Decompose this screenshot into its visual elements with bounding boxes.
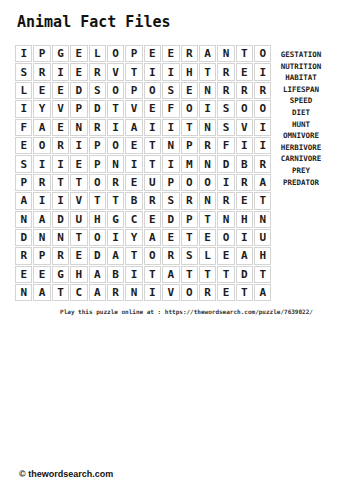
grid-cell-r12c4: E	[70, 247, 87, 264]
grid-cell-r13c11: T	[199, 266, 216, 283]
word-list-item: CARNIVORE	[262, 153, 340, 165]
grid-cell-r14c5: A	[89, 284, 106, 301]
grid-cell-r8c10: O	[181, 174, 198, 191]
grid-cell-r9c4: V	[70, 192, 87, 209]
grid-cell-r1c4: E	[70, 45, 87, 62]
grid-cell-r12c8: O	[144, 247, 161, 264]
grid-cell-r12c11: L	[199, 247, 216, 264]
grid-cell-r6c12: F	[217, 137, 234, 154]
grid-cell-r4c12: S	[217, 100, 234, 117]
grid-cell-r1c5: L	[89, 45, 106, 62]
grid-cell-r9c11: N	[199, 192, 216, 209]
grid-cell-r14c4: C	[70, 284, 87, 301]
grid-cell-r12c14: H	[254, 247, 271, 264]
grid-cell-r4c11: I	[199, 100, 216, 117]
grid-cell-r14c10: O	[181, 284, 198, 301]
grid-cell-r13c4: H	[70, 266, 87, 283]
grid-cell-r11c5: O	[89, 229, 106, 246]
grid-cell-r2c1: S	[15, 63, 32, 80]
grid-cell-r11c11: E	[199, 229, 216, 246]
grid-cell-r7c5: P	[89, 155, 106, 172]
grid-cell-r11c7: Y	[125, 229, 142, 246]
grid-cell-r6c11: R	[199, 137, 216, 154]
grid-cell-r3c2: E	[33, 82, 50, 99]
word-list-item: NUTRITION	[262, 61, 340, 73]
grid-cell-r5c9: I	[162, 119, 179, 136]
grid-cell-r3c8: O	[144, 82, 161, 99]
grid-cell-r10c8: E	[144, 211, 161, 228]
grid-cell-r11c13: I	[236, 229, 253, 246]
grid-cell-r3c6: O	[107, 82, 124, 99]
grid-cell-r7c7: I	[125, 155, 142, 172]
grid-cell-r10c6: G	[107, 211, 124, 228]
grid-cell-r5c1: F	[15, 119, 32, 136]
word-list-item: GESTATION	[262, 49, 340, 61]
grid-cell-r10c7: C	[125, 211, 142, 228]
word-list-item: LIFESPAN	[262, 84, 340, 96]
grid-cell-r9c13: E	[236, 192, 253, 209]
grid-cell-r11c3: N	[52, 229, 69, 246]
grid-cell-r7c11: N	[199, 155, 216, 172]
grid-cell-r11c9: E	[162, 229, 179, 246]
grid-cell-r4c7: V	[125, 100, 142, 117]
grid-cell-r7c13: B	[236, 155, 253, 172]
grid-cell-r9c3: I	[52, 192, 69, 209]
grid-cell-r14c9: V	[162, 284, 179, 301]
word-search-grid: IPGELOPEERANTOSRIERVTIIHTREILEEDSOPOSENR…	[15, 45, 271, 301]
grid-cell-r9c14: T	[254, 192, 271, 209]
grid-cell-r9c8: R	[144, 192, 161, 209]
word-list-item: PREDATOR	[262, 177, 340, 189]
grid-cell-r12c2: P	[33, 247, 50, 264]
grid-cell-r1c3: G	[52, 45, 69, 62]
grid-cell-r8c12: I	[217, 174, 234, 191]
grid-cell-r10c2: A	[33, 211, 50, 228]
grid-cell-r4c1: I	[15, 100, 32, 117]
grid-cell-r9c6: T	[107, 192, 124, 209]
grid-cell-r7c10: M	[181, 155, 198, 172]
grid-cell-r6c6: O	[107, 137, 124, 154]
page: { "game": "word-search", "title": "Anima…	[0, 0, 353, 500]
grid-cell-r5c2: A	[33, 119, 50, 136]
grid-cell-r14c6: R	[107, 284, 124, 301]
grid-cell-r12c10: S	[181, 247, 198, 264]
word-list-item: HUNT	[262, 119, 340, 131]
grid-cell-r10c11: T	[199, 211, 216, 228]
grid-cell-r5c5: R	[89, 119, 106, 136]
grid-cell-r8c6: R	[107, 174, 124, 191]
grid-cell-r14c1: N	[15, 284, 32, 301]
grid-cell-r4c3: V	[52, 100, 69, 117]
grid-cell-r5c11: N	[199, 119, 216, 136]
grid-cell-r14c8: I	[144, 284, 161, 301]
word-list-item: SPEED	[262, 95, 340, 107]
grid-cell-r8c8: U	[144, 174, 161, 191]
grid-cell-r7c8: T	[144, 155, 161, 172]
grid-cell-r6c3: R	[52, 137, 69, 154]
grid-cell-r11c1: D	[15, 229, 32, 246]
grid-cell-r4c6: T	[107, 100, 124, 117]
grid-cell-r10c3: D	[52, 211, 69, 228]
grid-cell-r5c4: N	[70, 119, 87, 136]
grid-cell-r10c1: N	[15, 211, 32, 228]
grid-cell-r2c12: R	[217, 63, 234, 80]
grid-cell-r2c11: T	[199, 63, 216, 80]
puzzle-title: Animal Fact Files	[17, 13, 171, 31]
grid-cell-r12c13: A	[236, 247, 253, 264]
grid-cell-r14c3: T	[52, 284, 69, 301]
grid-cell-r9c9: S	[162, 192, 179, 209]
word-list-item: PREY	[262, 165, 340, 177]
grid-cell-r6c13: I	[236, 137, 253, 154]
word-list-item: HABITAT	[262, 72, 340, 84]
grid-cell-r4c2: Y	[33, 100, 50, 117]
grid-cell-r9c10: R	[181, 192, 198, 209]
grid-cell-r10c4: U	[70, 211, 87, 228]
grid-cell-r10c9: D	[162, 211, 179, 228]
grid-cell-r13c7: I	[125, 266, 142, 283]
grid-cell-r8c7: E	[125, 174, 142, 191]
grid-cell-r10c13: H	[236, 211, 253, 228]
copyright-text: © thewordsearch.com	[19, 469, 113, 479]
grid-cell-r9c1: A	[15, 192, 32, 209]
grid-cell-r2c6: V	[107, 63, 124, 80]
grid-cell-r7c3: I	[52, 155, 69, 172]
grid-cell-r7c9: I	[162, 155, 179, 172]
grid-cell-r9c2: I	[33, 192, 50, 209]
grid-cell-r5c10: T	[181, 119, 198, 136]
grid-cell-r2c8: I	[144, 63, 161, 80]
grid-cell-r13c12: T	[217, 266, 234, 283]
grid-cell-r7c2: I	[33, 155, 50, 172]
grid-cell-r1c2: P	[33, 45, 50, 62]
grid-cell-r6c9: N	[162, 137, 179, 154]
grid-cell-r14c12: E	[217, 284, 234, 301]
grid-cell-r1c9: E	[162, 45, 179, 62]
grid-cell-r1c8: E	[144, 45, 161, 62]
grid-cell-r5c12: S	[217, 119, 234, 136]
grid-cell-r10c10: P	[181, 211, 198, 228]
grid-cell-r2c4: E	[70, 63, 87, 80]
grid-cell-r13c1: E	[15, 266, 32, 283]
grid-cell-r3c10: E	[181, 82, 198, 99]
grid-cell-r10c5: H	[89, 211, 106, 228]
grid-cell-r3c1: L	[15, 82, 32, 99]
grid-cell-r14c14: A	[254, 284, 271, 301]
grid-cell-r7c1: S	[15, 155, 32, 172]
grid-cell-r5c8: I	[144, 119, 161, 136]
grid-cell-r3c9: S	[162, 82, 179, 99]
grid-cell-r7c12: D	[217, 155, 234, 172]
grid-cell-r12c9: R	[162, 247, 179, 264]
grid-cell-r11c2: N	[33, 229, 50, 246]
grid-cell-r12c7: T	[125, 247, 142, 264]
grid-cell-r8c5: O	[89, 174, 106, 191]
grid-cell-r13c13: D	[236, 266, 253, 283]
grid-cell-r13c10: T	[181, 266, 198, 283]
grid-cell-r11c4: T	[70, 229, 87, 246]
grid-cell-r11c8: A	[144, 229, 161, 246]
grid-cell-r8c4: T	[70, 174, 87, 191]
grid-cell-r6c1: E	[15, 137, 32, 154]
grid-cell-r4c9: F	[162, 100, 179, 117]
grid-cell-r6c10: P	[181, 137, 198, 154]
puzzle-online-link[interactable]: Play this puzzle online at : https://the…	[20, 308, 353, 315]
grid-cell-r3c11: N	[199, 82, 216, 99]
grid-cell-r3c7: P	[125, 82, 142, 99]
grid-cell-r1c11: A	[199, 45, 216, 62]
grid-cell-r11c14: U	[254, 229, 271, 246]
word-list-item: HERBIVORE	[262, 142, 340, 154]
grid-cell-r9c5: T	[89, 192, 106, 209]
grid-cell-r3c3: E	[52, 82, 69, 99]
grid-cell-r14c7: N	[125, 284, 142, 301]
grid-cell-r5c6: I	[107, 119, 124, 136]
grid-cell-r4c10: O	[181, 100, 198, 117]
word-list-item: DIET	[262, 107, 340, 119]
grid-cell-r1c10: R	[181, 45, 198, 62]
grid-cell-r11c12: O	[217, 229, 234, 246]
grid-cell-r8c11: O	[199, 174, 216, 191]
grid-cell-r3c13: R	[236, 82, 253, 99]
grid-cell-r2c7: T	[125, 63, 142, 80]
grid-cell-r7c4: E	[70, 155, 87, 172]
grid-cell-r12c1: R	[15, 247, 32, 264]
grid-cell-r13c14: T	[254, 266, 271, 283]
grid-cell-r2c9: I	[162, 63, 179, 80]
grid-cell-r11c6: I	[107, 229, 124, 246]
grid-cell-r2c2: R	[33, 63, 50, 80]
grid-cell-r11c10: T	[181, 229, 198, 246]
grid-cell-r1c13: T	[236, 45, 253, 62]
grid-cell-r3c4: D	[70, 82, 87, 99]
grid-cell-r2c3: I	[52, 63, 69, 80]
grid-cell-r5c13: V	[236, 119, 253, 136]
grid-cell-r9c7: B	[125, 192, 142, 209]
grid-cell-r10c14: N	[254, 211, 271, 228]
grid-cell-r4c8: E	[144, 100, 161, 117]
grid-cell-r8c3: T	[52, 174, 69, 191]
grid-cell-r2c10: H	[181, 63, 198, 80]
grid-cell-r13c3: G	[52, 266, 69, 283]
grid-cell-r8c9: P	[162, 174, 179, 191]
grid-cell-r13c6: B	[107, 266, 124, 283]
grid-cell-r4c4: P	[70, 100, 87, 117]
grid-cell-r12c3: R	[52, 247, 69, 264]
grid-cell-r10c12: N	[217, 211, 234, 228]
grid-cell-r13c8: T	[144, 266, 161, 283]
grid-cell-r4c5: D	[89, 100, 106, 117]
grid-cell-r4c13: O	[236, 100, 253, 117]
grid-cell-r1c12: N	[217, 45, 234, 62]
grid-cell-r13c9: A	[162, 266, 179, 283]
grid-cell-r13c2: E	[33, 266, 50, 283]
grid-cell-r9c12: R	[217, 192, 234, 209]
grid-cell-r1c6: O	[107, 45, 124, 62]
grid-cell-r3c5: S	[89, 82, 106, 99]
grid-cell-r12c5: D	[89, 247, 106, 264]
grid-cell-r6c2: O	[33, 137, 50, 154]
grid-cell-r8c13: R	[236, 174, 253, 191]
grid-cell-r1c7: P	[125, 45, 142, 62]
grid-cell-r1c1: I	[15, 45, 32, 62]
grid-cell-r6c5: P	[89, 137, 106, 154]
grid-cell-r2c5: R	[89, 63, 106, 80]
grid-cell-r6c8: T	[144, 137, 161, 154]
grid-cell-r14c11: R	[199, 284, 216, 301]
grid-cell-r8c2: R	[33, 174, 50, 191]
grid-cell-r6c7: E	[125, 137, 142, 154]
grid-cell-r14c2: A	[33, 284, 50, 301]
word-list: GESTATIONNUTRITIONHABITATLIFESPANSPEEDDI…	[262, 49, 340, 188]
grid-cell-r5c3: E	[52, 119, 69, 136]
grid-cell-r5c7: A	[125, 119, 142, 136]
grid-cell-r7c6: N	[107, 155, 124, 172]
grid-cell-r13c5: A	[89, 266, 106, 283]
grid-cell-r6c4: I	[70, 137, 87, 154]
grid-cell-r2c13: E	[236, 63, 253, 80]
grid-cell-r12c6: A	[107, 247, 124, 264]
grid-cell-r8c1: P	[15, 174, 32, 191]
word-list-item: OMNIVORE	[262, 130, 340, 142]
grid-cell-r12c12: E	[217, 247, 234, 264]
grid-cell-r14c13: T	[236, 284, 253, 301]
grid-cell-r3c12: R	[217, 82, 234, 99]
